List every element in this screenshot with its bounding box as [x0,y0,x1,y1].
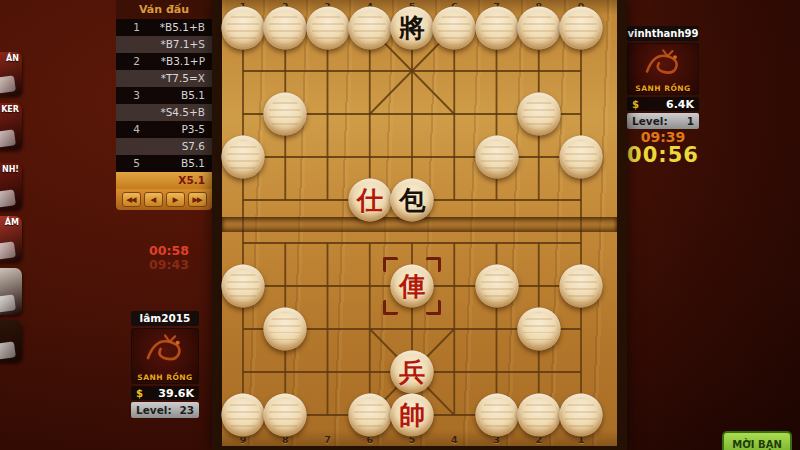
card-fan-icon [0,189,16,208]
nav-next-button[interactable]: ▶ [166,192,185,207]
game-shortcut-icon-6[interactable] [0,320,22,362]
card-fan-icon [0,341,16,360]
hidden-piece[interactable] [306,7,349,50]
player-avatar-right[interactable]: SANH RỒNG [627,43,699,95]
hidden-piece[interactable] [433,7,476,50]
money-value-right: 6.4K [666,98,694,111]
move-row[interactable]: *B7.1+S [116,36,212,53]
move-row[interactable]: X5.1 [116,172,212,189]
nav-prev-button[interactable]: ◀ [144,192,163,207]
xiangqi-board: 123456789987654321將仕包俥兵帥 [212,0,627,450]
piece-glyph: 將 [391,7,434,50]
move-row[interactable]: *T7.5=X [116,70,212,87]
game-shortcut-icon-3[interactable]: NH! [0,163,22,210]
move-row[interactable]: *S4.5+B [116,104,212,121]
move-row[interactable]: S7.6 [116,138,212,155]
hidden-piece[interactable] [475,265,518,308]
move-row[interactable]: 3B5.1 [116,87,212,104]
move-nav-bar: ◀◀◀▶▶▶ [116,189,212,210]
hidden-piece[interactable] [517,7,560,50]
hidden-piece[interactable] [560,136,603,179]
move-history-panel: Ván đấu 1*B5.1+B*B7.1+S2*B3.1+P*T7.5=X3B… [116,0,212,210]
hidden-piece[interactable] [222,7,265,50]
hidden-piece[interactable] [348,394,391,437]
hidden-piece[interactable] [560,265,603,308]
piece-包[interactable]: 包 [391,179,434,222]
hidden-piece[interactable] [264,394,307,437]
player-name-left: lâm2015 [131,311,199,326]
money-bar-left: $ 39.6K [131,386,199,400]
piece-兵[interactable]: 兵 [391,351,434,394]
move-row[interactable]: 2*B3.1+P [116,53,212,70]
hidden-piece[interactable] [222,136,265,179]
clan-label-right: SANH RỒNG [628,84,698,93]
left-timer-block: 00:58 09:43 [138,244,200,272]
piece-glyph: 兵 [391,351,434,394]
currency-icon: $ [136,388,143,399]
hidden-piece[interactable] [348,7,391,50]
game-shortcut-icon-2[interactable]: KER [0,103,22,150]
move-history-list: 1*B5.1+B*B7.1+S2*B3.1+P*T7.5=X3B5.1*S4.5… [116,19,212,189]
move-history-title: Ván đấu [116,0,212,19]
player-card-right: vinhthanh99 SANH RỒNG $ 6.4K Level: 1 [627,26,699,129]
left-move-timer: 00:58 [138,244,200,258]
hidden-piece[interactable] [560,7,603,50]
piece-帥[interactable]: 帥 [391,394,434,437]
player-name-right: vinhthanh99 [627,26,699,41]
level-label-right: Level: [632,115,668,127]
clan-label-left: SANH RỒNG [132,373,198,382]
right-move-timer: 00:56 [625,143,701,167]
card-fan-icon [0,75,16,94]
hidden-piece[interactable] [475,394,518,437]
level-bar-right: Level: 1 [627,113,699,129]
selected-piece-marker [383,257,441,315]
card-fan-icon [0,129,16,148]
piece-將[interactable]: 將 [391,7,434,50]
game-shortcut-icon-1[interactable]: ÁN [0,52,22,96]
hidden-piece[interactable] [475,136,518,179]
file-label-bottom: 4 [451,434,458,445]
move-row[interactable]: 4P3-5 [116,121,212,138]
hidden-piece[interactable] [517,93,560,136]
piece-glyph: 仕 [348,179,391,222]
hidden-piece[interactable] [222,394,265,437]
level-value-right: 1 [687,115,694,127]
nav-first-button[interactable]: ◀◀ [122,192,141,207]
hidden-piece[interactable] [560,394,603,437]
move-row[interactable]: 1*B5.1+B [116,19,212,36]
level-label-left: Level: [136,404,172,416]
hidden-piece[interactable] [264,93,307,136]
move-row[interactable]: 5B5.1 [116,155,212,172]
file-label-bottom: 7 [324,434,331,445]
piece-glyph: 包 [391,179,434,222]
money-value-left: 39.6K [158,387,194,400]
dragon-icon [632,46,696,80]
piece-glyph: 帥 [391,394,434,437]
hidden-piece[interactable] [517,308,560,351]
hidden-piece[interactable] [264,308,307,351]
invite-friend-button[interactable]: MỜI BẠN [722,431,792,450]
nav-last-button[interactable]: ▶▶ [188,192,207,207]
card-fan-icon [0,294,16,313]
game-shortcut-icon-5[interactable] [0,268,22,315]
player-avatar-left[interactable]: SANH RỒNG [131,328,199,384]
hidden-piece[interactable] [222,265,265,308]
xiangqi-game-screen: ÁNKERNH!ÁM Ván đấu 1*B5.1+B*B7.1+S2*B3.1… [0,0,800,450]
left-game-timer: 09:43 [138,258,200,272]
hidden-piece[interactable] [475,7,518,50]
currency-icon: $ [632,99,639,110]
money-bar-right: $ 6.4K [627,97,699,111]
hidden-piece[interactable] [517,394,560,437]
game-shortcut-icon-4[interactable]: ÁM [0,216,22,262]
board-wood: 123456789987654321將仕包俥兵帥 [222,0,617,446]
piece-仕[interactable]: 仕 [348,179,391,222]
card-fan-icon [0,241,16,260]
hidden-piece[interactable] [264,7,307,50]
level-bar-left: Level: 23 [131,402,199,418]
level-value-left: 23 [179,404,194,416]
dragon-icon [136,331,196,367]
player-card-left: lâm2015 SANH RỒNG $ 39.6K Level: 23 [131,311,199,418]
